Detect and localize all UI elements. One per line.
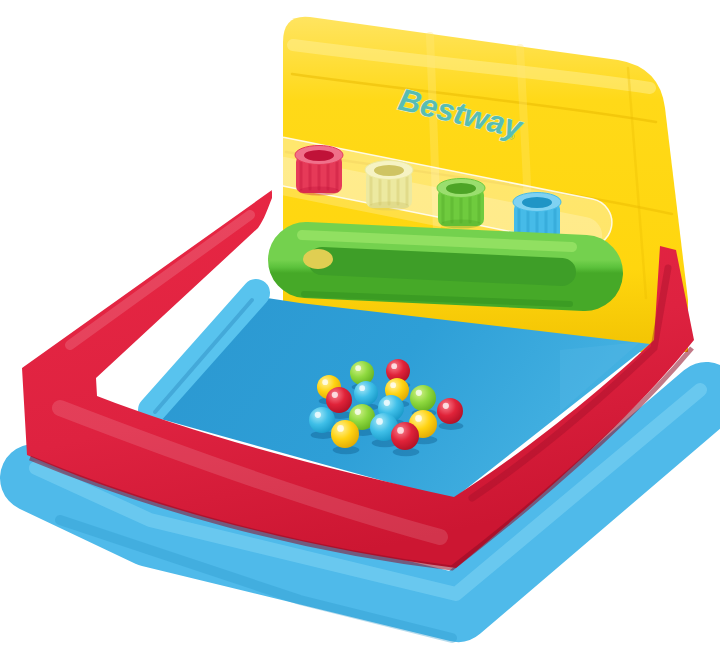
cup-opening (522, 197, 552, 208)
cup-holder-yellow (365, 161, 413, 211)
cup-holder-red (295, 146, 343, 196)
scene-svg: Bestway ® (0, 0, 720, 662)
cup-holder-green (437, 179, 485, 229)
cup-opening (304, 150, 334, 161)
product-photo: Bestway ® (0, 0, 720, 662)
ball-red (391, 422, 419, 456)
ball-track (302, 235, 585, 304)
track-left-opening (303, 249, 333, 269)
ball-yellow (331, 420, 359, 454)
cup-opening (374, 165, 404, 176)
track-channel (322, 261, 562, 272)
cup-opening (446, 183, 476, 194)
ball-red (437, 398, 463, 430)
